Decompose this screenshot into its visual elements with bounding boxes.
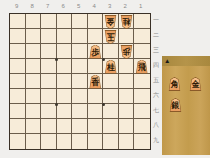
- file-label-2: 2: [118, 2, 134, 11]
- square-2-6: [119, 89, 135, 104]
- piece-kanji: 飛: [138, 62, 146, 74]
- piece-kanji: 桂: [107, 62, 115, 74]
- rank-label-8: 八: [153, 118, 160, 133]
- rank-label-1: 一: [153, 13, 160, 28]
- square-4-7: [88, 104, 104, 119]
- piece-kanji: 歩: [91, 47, 99, 59]
- square-5-3: [72, 44, 88, 59]
- piece-kanji: 金: [192, 79, 200, 91]
- rank-labels: 一二三四五六七八九: [153, 13, 160, 148]
- file-label-9: 9: [9, 2, 25, 11]
- square-5-8: [72, 119, 88, 134]
- square-3-9: [103, 134, 119, 149]
- square-5-4: [72, 59, 88, 74]
- komadai-sente: ▲ 角金銀: [162, 56, 210, 155]
- square-6-8: [57, 119, 73, 134]
- square-9-2: [10, 29, 26, 44]
- board-frame: 金桂玉歩歩桂飛香: [9, 13, 151, 150]
- rank-label-3: 三: [153, 43, 160, 58]
- square-4-8: [88, 119, 104, 134]
- piece-kanji: 香: [91, 77, 99, 89]
- piece-kanji: 金: [107, 15, 115, 27]
- rank-label-9: 九: [153, 133, 160, 148]
- piece-face: 銀: [170, 99, 182, 112]
- komadai-band: ▲: [162, 56, 210, 66]
- square-4-9: [88, 134, 104, 149]
- shogi-board: [10, 14, 150, 149]
- piece-face: 金: [190, 78, 202, 91]
- file-label-3: 3: [102, 2, 118, 11]
- file-label-5: 5: [71, 2, 87, 11]
- piece-sente-bishop[interactable]: 角: [168, 77, 181, 91]
- square-5-1: [72, 14, 88, 29]
- square-2-8: [119, 119, 135, 134]
- square-8-5: [26, 74, 42, 89]
- square-1-1: [134, 14, 150, 29]
- file-label-1: 1: [133, 2, 149, 11]
- square-1-6: [134, 89, 150, 104]
- square-5-5: [72, 74, 88, 89]
- file-labels: 987654321: [9, 2, 149, 11]
- square-3-6: [103, 89, 119, 104]
- hoshi-dot: [55, 103, 58, 106]
- square-1-7: [134, 104, 150, 119]
- square-6-4: [57, 59, 73, 74]
- hoshi-dot: [102, 58, 105, 61]
- square-7-9: [41, 134, 57, 149]
- square-6-7: [57, 104, 73, 119]
- piece-sente-silver[interactable]: 銀: [169, 98, 182, 112]
- square-9-6: [10, 89, 26, 104]
- square-2-9: [119, 134, 135, 149]
- piece-sente-gold[interactable]: 金: [189, 77, 202, 91]
- square-6-5: [57, 74, 73, 89]
- square-2-4: [119, 59, 135, 74]
- square-1-2: [134, 29, 150, 44]
- piece-kanji: 角: [171, 79, 179, 91]
- file-label-8: 8: [25, 2, 41, 11]
- piece-kanji: 桂: [122, 15, 130, 27]
- square-9-9: [10, 134, 26, 149]
- square-5-9: [72, 134, 88, 149]
- square-6-3: [57, 44, 73, 59]
- square-3-3: [103, 44, 119, 59]
- square-7-1: [41, 14, 57, 29]
- rank-label-6: 六: [153, 88, 160, 103]
- square-3-7: [103, 104, 119, 119]
- square-5-6: [72, 89, 88, 104]
- square-1-5: [134, 74, 150, 89]
- square-9-5: [10, 74, 26, 89]
- file-label-7: 7: [40, 2, 56, 11]
- square-8-6: [26, 89, 42, 104]
- square-8-3: [26, 44, 42, 59]
- rank-label-5: 五: [153, 73, 160, 88]
- square-4-2: [88, 29, 104, 44]
- tsume-shogi-diagram: 987654321 金桂玉歩歩桂飛香 一二三四五六七八九 ▲ 角金銀: [0, 0, 210, 158]
- file-label-6: 6: [56, 2, 72, 11]
- square-6-2: [57, 29, 73, 44]
- hoshi-dot: [102, 103, 105, 106]
- square-7-3: [41, 44, 57, 59]
- piece-kanji: 歩: [122, 45, 130, 57]
- square-1-8: [134, 119, 150, 134]
- square-5-7: [72, 104, 88, 119]
- square-8-7: [26, 104, 42, 119]
- square-2-2: [119, 29, 135, 44]
- piece-kanji: 玉: [107, 30, 115, 42]
- square-9-1: [10, 14, 26, 29]
- square-7-5: [41, 74, 57, 89]
- square-4-4: [88, 59, 104, 74]
- square-1-9: [134, 134, 150, 149]
- file-label-4: 4: [87, 2, 103, 11]
- hoshi-dot: [55, 58, 58, 61]
- square-7-2: [41, 29, 57, 44]
- square-7-4: [41, 59, 57, 74]
- square-9-8: [10, 119, 26, 134]
- square-1-3: [134, 44, 150, 59]
- square-2-7: [119, 104, 135, 119]
- square-6-1: [57, 14, 73, 29]
- sente-marker-icon: ▲: [162, 56, 170, 66]
- rank-label-4: 四: [153, 58, 160, 73]
- square-9-3: [10, 44, 26, 59]
- square-8-1: [26, 14, 42, 29]
- square-8-2: [26, 29, 42, 44]
- square-7-8: [41, 119, 57, 134]
- square-8-4: [26, 59, 42, 74]
- piece-face: 角: [169, 78, 181, 91]
- square-8-8: [26, 119, 42, 134]
- rank-label-2: 二: [153, 28, 160, 43]
- square-4-6: [88, 89, 104, 104]
- square-9-4: [10, 59, 26, 74]
- square-7-7: [41, 104, 57, 119]
- square-6-6: [57, 89, 73, 104]
- square-7-6: [41, 89, 57, 104]
- square-5-2: [72, 29, 88, 44]
- square-8-9: [26, 134, 42, 149]
- square-3-8: [103, 119, 119, 134]
- square-6-9: [57, 134, 73, 149]
- square-3-5: [103, 74, 119, 89]
- rank-label-7: 七: [153, 103, 160, 118]
- square-9-7: [10, 104, 26, 119]
- square-4-1: [88, 14, 104, 29]
- piece-kanji: 銀: [172, 100, 180, 112]
- square-2-5: [119, 74, 135, 89]
